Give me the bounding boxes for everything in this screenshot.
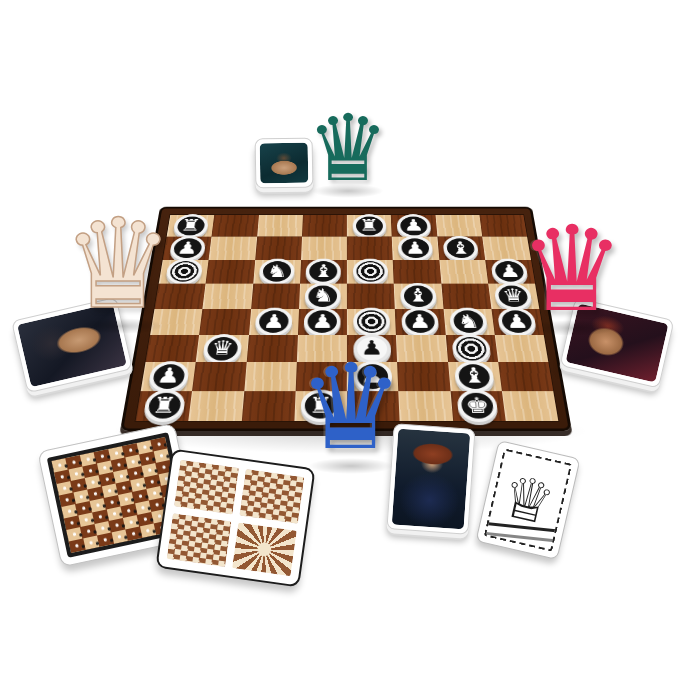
square-r1c2[interactable] [212,215,259,237]
square-r5c2[interactable] [199,309,250,335]
token-symbol: ♟ [403,217,424,233]
square-r3c3[interactable]: ♞ [253,260,301,284]
product-scene: ♜♜♟♟♟♝♞♝♟♞♝♛♟♟♟♞♟♛♟♟♟♝♜♜♚ ♕ [0,0,692,692]
square-r3c6[interactable] [393,260,441,284]
square-r1c4[interactable] [302,215,347,237]
token-pawn-token[interactable]: ♟ [401,308,439,336]
square-r1c7[interactable] [435,215,482,237]
queen-sketch-art: ♕ [484,448,572,551]
square-r6c2[interactable]: ♛ [196,335,249,362]
token-pawn-token[interactable]: ♟ [255,308,293,336]
pink-queen-piece[interactable]: ♛ [514,210,630,328]
square-r1c5[interactable]: ♜ [347,215,392,237]
token-pawn-token[interactable]: ♟ [397,236,433,261]
square-r4c2[interactable] [203,284,253,309]
square-r8c7[interactable]: ♚ [450,391,505,421]
cream-queen-glyph: ♛ [58,202,178,326]
square-r1c6[interactable]: ♟ [391,215,437,237]
square-r7c1[interactable]: ♟ [141,362,196,391]
teal-queen-glyph: ♛ [302,103,394,195]
square-r8c3[interactable] [241,391,295,421]
square-r5c5[interactable] [347,309,396,335]
token-symbol: ♞ [456,312,480,331]
card-queen-sketch[interactable]: ♕ [475,440,580,560]
token-pawn-token[interactable]: ♟ [396,214,431,238]
square-r4c4[interactable]: ♞ [299,284,347,309]
square-r7c2[interactable] [192,362,246,391]
token-symbol: ♜ [359,217,380,233]
square-r7c3[interactable] [244,362,297,391]
square-r8c8[interactable] [502,391,559,421]
square-r2c2[interactable] [209,237,257,260]
token-bishop-token[interactable]: ♝ [400,283,437,310]
token-knight-token[interactable]: ♞ [259,259,296,285]
token-king-token[interactable]: ♚ [456,390,499,422]
cream-queen-piece[interactable]: ♛ [58,202,178,326]
token-symbol: ♞ [312,286,334,304]
square-r2c3[interactable] [255,237,302,260]
mini-board-4 [232,522,297,576]
mini-boards-grid [167,460,305,576]
token-symbol: ♞ [266,262,288,279]
square-r4c5[interactable] [347,284,395,309]
square-r3c5[interactable] [347,260,394,284]
square-r5c7[interactable]: ♞ [443,309,494,335]
square-r7c7[interactable]: ♝ [448,362,502,391]
token-knight-token[interactable]: ♞ [449,308,489,336]
token-knight-token[interactable]: ♞ [305,283,341,310]
mini-board-1 [174,460,239,514]
token-symbol: ♟ [311,312,333,331]
square-r7c8[interactable] [498,362,553,391]
token-pawn-token[interactable]: ♟ [147,361,190,392]
pink-queen-glyph: ♛ [514,210,630,328]
token-symbol: ♟ [408,312,431,331]
square-r3c7[interactable] [439,260,488,284]
token-rook-token[interactable]: ♜ [142,390,186,422]
token-bullseye-target-token[interactable] [353,308,390,336]
token-symbol: ♚ [464,394,490,416]
square-r4c6[interactable]: ♝ [394,284,443,309]
blue-queen-piece[interactable]: ♛ [294,348,408,466]
square-r8c2[interactable] [189,391,244,421]
token-symbol: ♛ [210,338,235,358]
square-r3c4[interactable]: ♝ [300,260,347,284]
square-r5c4[interactable]: ♟ [298,309,347,335]
square-r5c3[interactable]: ♟ [249,309,299,335]
square-r6c3[interactable] [246,335,297,362]
token-bishop-token[interactable]: ♝ [443,236,480,261]
token-symbol: ♝ [462,365,487,386]
square-r4c3[interactable] [251,284,300,309]
token-symbol: ♜ [179,217,202,233]
token-bullseye-target-token[interactable] [353,259,389,285]
mini-board-2 [239,469,304,523]
blue-queen-glyph: ♛ [294,348,408,466]
token-bullseye-target-token[interactable] [451,334,492,363]
square-r1c3[interactable] [257,215,303,237]
square-r6c1[interactable] [146,335,200,362]
token-symbol: ♟ [176,239,199,256]
token-symbol: ♝ [449,239,471,256]
square-r2c6[interactable]: ♟ [392,237,439,260]
queen-sketch-icon: ♕ [496,466,560,534]
token-symbol: ♟ [262,312,285,331]
square-r5c6[interactable]: ♟ [395,309,445,335]
mini-board-3 [167,513,232,567]
square-r2c5[interactable] [347,237,393,260]
token-symbol: ♟ [156,365,182,386]
token-symbol: ♜ [151,394,178,416]
token-queen-token[interactable]: ♛ [202,334,242,363]
square-r3c2[interactable] [206,260,255,284]
token-rook-token[interactable]: ♜ [352,214,386,238]
token-symbol: ♝ [407,286,430,304]
token-pawn-token[interactable]: ♟ [304,308,341,336]
token-symbol: ♝ [313,262,335,279]
square-r6c8[interactable] [495,335,549,362]
square-r2c7[interactable]: ♝ [437,237,485,260]
token-bishop-token[interactable]: ♝ [454,361,496,392]
token-bishop-token[interactable]: ♝ [306,259,341,285]
square-r4c7[interactable] [441,284,491,309]
teal-queen-piece[interactable]: ♛ [302,103,394,195]
square-r6c7[interactable] [445,335,498,362]
square-r8c1[interactable]: ♜ [136,391,193,421]
card-mini-boards[interactable] [155,448,315,587]
square-r2c4[interactable] [301,237,347,260]
token-symbol: ♟ [404,239,426,256]
